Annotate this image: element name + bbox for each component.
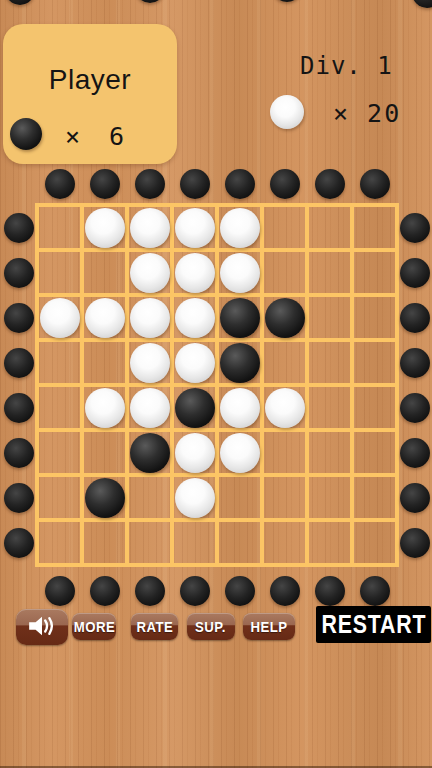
white-disc [130,253,170,293]
board-cell[interactable] [219,342,260,383]
board-grid [39,207,395,563]
board-cell[interactable] [309,522,350,563]
board-cell[interactable] [264,252,305,293]
board-cell[interactable] [219,477,260,518]
board-cell[interactable] [39,522,80,563]
board-cell[interactable] [219,432,260,473]
decorative-stone [4,438,34,468]
white-disc [265,388,305,428]
white-disc [130,388,170,428]
decorative-stone [4,348,34,378]
board-cell[interactable] [354,297,395,338]
opponent-disc-count: × 20 [333,99,401,128]
board-cell[interactable] [174,342,215,383]
black-disc [85,478,125,518]
board-cell[interactable] [84,387,125,428]
board-cell[interactable] [174,477,215,518]
white-disc [175,298,215,338]
board-cell[interactable] [39,432,80,473]
board-cell[interactable] [174,297,215,338]
black-disc [265,298,305,338]
board-cell[interactable] [39,207,80,248]
white-disc [175,253,215,293]
decorative-stone [4,483,34,513]
board-cell[interactable] [84,477,125,518]
decorative-stone [270,169,300,199]
white-disc [220,253,260,293]
board-cell[interactable] [129,432,170,473]
board-cell[interactable] [84,297,125,338]
decorative-stone [135,0,165,3]
white-disc [220,388,260,428]
board-cell[interactable] [264,342,305,383]
decorative-stone [400,213,430,243]
board-cell[interactable] [129,342,170,383]
white-disc [175,478,215,518]
speaker-icon [27,615,57,640]
decorative-stone [400,483,430,513]
decorative-stone [400,348,430,378]
board-cell[interactable] [219,207,260,248]
more-button-label: MORE [73,618,114,635]
board-cell[interactable] [84,342,125,383]
board-cell[interactable] [174,432,215,473]
board-cell[interactable] [219,387,260,428]
decorative-stone [400,528,430,558]
board-cell[interactable] [354,432,395,473]
decorative-stone [5,0,35,5]
decorative-stone [225,576,255,606]
decorative-stone [4,393,34,423]
restart-button[interactable]: RESTART [316,606,431,643]
board-cell[interactable] [39,387,80,428]
white-disc [85,208,125,248]
support-button-label: SUP. [196,618,227,635]
board-cell[interactable] [354,207,395,248]
board-cell[interactable] [39,252,80,293]
rate-button[interactable]: RATE [131,613,178,640]
board-cell[interactable] [219,297,260,338]
board-cell[interactable] [174,387,215,428]
white-disc [130,208,170,248]
board-cell[interactable] [264,432,305,473]
decorative-stone [400,438,430,468]
board-cell[interactable] [309,477,350,518]
board-cell[interactable] [264,522,305,563]
rate-button-label: RATE [136,618,173,635]
white-disc [130,343,170,383]
white-disc [40,298,80,338]
board-cell[interactable] [174,207,215,248]
decorative-stone [45,576,75,606]
decorative-stone [315,169,345,199]
board-cell[interactable] [309,297,350,338]
sound-button[interactable] [16,609,68,645]
decorative-stone [400,258,430,288]
board-cell[interactable] [174,252,215,293]
board-cell[interactable] [264,297,305,338]
board-cell[interactable] [264,207,305,248]
black-disc [175,388,215,428]
opponent-division-label: Div. 1 [300,52,393,80]
game-screen: Player × 6 Div. 1 × 20 MORE RATE SUP. HE… [0,0,432,768]
white-disc [85,298,125,338]
player-black-disc-icon [10,118,42,150]
white-disc [175,343,215,383]
white-disc [220,433,260,473]
board-cell[interactable] [264,477,305,518]
board-cell[interactable] [84,207,125,248]
board-cell[interactable] [354,522,395,563]
board-cell[interactable] [354,252,395,293]
black-disc [130,433,170,473]
decorative-stone [90,169,120,199]
board-cell[interactable] [264,387,305,428]
board-cell[interactable] [129,297,170,338]
board-cell[interactable] [129,522,170,563]
board-cell[interactable] [39,297,80,338]
board-cell[interactable] [309,342,350,383]
decorative-stone [4,303,34,333]
board-cell[interactable] [129,207,170,248]
decorative-stone [400,303,430,333]
board-cell[interactable] [354,477,395,518]
decorative-stone [4,258,34,288]
support-button[interactable]: SUP. [187,613,235,640]
decorative-stone [135,169,165,199]
white-disc [175,208,215,248]
white-disc [130,298,170,338]
decorative-stone [360,169,390,199]
board-cell[interactable] [129,387,170,428]
board-cell[interactable] [219,522,260,563]
board-cell[interactable] [84,252,125,293]
decorative-stone [360,576,390,606]
board-cell[interactable] [354,342,395,383]
decorative-stone [135,576,165,606]
decorative-stone [272,0,302,2]
decorative-stone [180,169,210,199]
white-disc [85,388,125,428]
player-name-label: Player [3,64,177,96]
decorative-stone [90,576,120,606]
white-disc [220,208,260,248]
decorative-stone [4,528,34,558]
help-button-label: HELP [251,618,288,635]
board-cell[interactable] [219,252,260,293]
decorative-stone [315,576,345,606]
restart-button-label: RESTART [321,609,426,640]
decorative-stone [4,213,34,243]
board-cell[interactable] [84,432,125,473]
more-button[interactable]: MORE [72,613,116,640]
player-score-panel: Player × 6 [3,24,177,164]
board-cell[interactable] [129,252,170,293]
decorative-stone [400,393,430,423]
decorative-stone [412,0,432,8]
game-board [35,203,399,567]
black-disc [220,298,260,338]
board-cell[interactable] [309,387,350,428]
player-disc-count: × 6 [65,122,131,151]
decorative-stone [225,169,255,199]
board-cell[interactable] [84,522,125,563]
decorative-stone [45,169,75,199]
board-cell[interactable] [354,387,395,428]
decorative-stone [180,576,210,606]
help-button[interactable]: HELP [243,613,295,640]
board-cell[interactable] [39,477,80,518]
board-cell[interactable] [39,342,80,383]
board-cell[interactable] [309,207,350,248]
board-cell[interactable] [129,477,170,518]
decorative-stone [270,576,300,606]
black-disc [220,343,260,383]
board-cell[interactable] [309,252,350,293]
opponent-white-disc-icon [270,95,304,129]
white-disc [175,433,215,473]
board-cell[interactable] [309,432,350,473]
board-cell[interactable] [174,522,215,563]
